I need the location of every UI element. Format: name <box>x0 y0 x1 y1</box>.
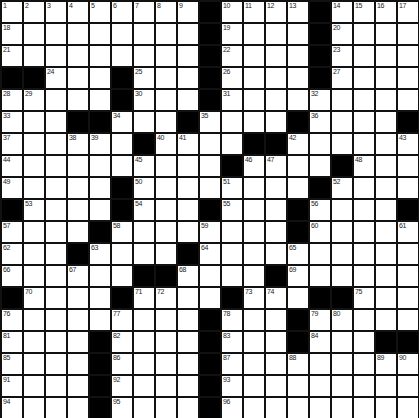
white-cell-r16c2[interactable] <box>24 332 44 352</box>
white-cell-r4c14[interactable] <box>288 68 308 88</box>
white-cell-r1c3[interactable]: 3 <box>46 2 66 22</box>
white-cell-r10c8[interactable] <box>156 200 176 220</box>
white-cell-r16c9[interactable] <box>178 332 198 352</box>
white-cell-r10c18[interactable] <box>376 200 396 220</box>
white-cell-r2c12[interactable] <box>244 24 264 44</box>
white-cell-r11c12[interactable] <box>244 222 264 242</box>
white-cell-r18c7[interactable] <box>134 376 154 396</box>
white-cell-r2c13[interactable] <box>266 24 286 44</box>
white-cell-r3c2[interactable] <box>24 46 44 66</box>
white-cell-r19c16[interactable] <box>332 398 352 418</box>
white-cell-r8c4[interactable] <box>68 156 88 176</box>
white-cell-r1c4[interactable]: 4 <box>68 2 88 22</box>
white-cell-r8c13[interactable]: 47 <box>266 156 286 176</box>
white-cell-r17c7[interactable] <box>134 354 154 374</box>
white-cell-r4c18[interactable] <box>376 68 396 88</box>
white-cell-r17c17[interactable] <box>354 354 374 374</box>
white-cell-r5c8[interactable] <box>156 90 176 110</box>
white-cell-r3c17[interactable] <box>354 46 374 66</box>
white-cell-r13c10[interactable] <box>200 266 220 286</box>
white-cell-r1c14[interactable]: 13 <box>288 2 308 22</box>
white-cell-r5c11[interactable]: 31 <box>222 90 242 110</box>
white-cell-r7c17[interactable] <box>354 134 374 154</box>
white-cell-r12c6[interactable] <box>112 244 132 264</box>
white-cell-r16c12[interactable] <box>244 332 264 352</box>
white-cell-r9c3[interactable] <box>46 178 66 198</box>
white-cell-r19c19[interactable] <box>398 398 418 418</box>
white-cell-r7c18[interactable] <box>376 134 396 154</box>
white-cell-r5c15[interactable]: 32 <box>310 90 330 110</box>
white-cell-r2c8[interactable] <box>156 24 176 44</box>
white-cell-r10c9[interactable] <box>178 200 198 220</box>
white-cell-r2c5[interactable] <box>90 24 110 44</box>
white-cell-r12c7[interactable] <box>134 244 154 264</box>
white-cell-r7c4[interactable]: 38 <box>68 134 88 154</box>
white-cell-r10c2[interactable]: 53 <box>24 200 44 220</box>
white-cell-r9c5[interactable] <box>90 178 110 198</box>
white-cell-r17c6[interactable]: 86 <box>112 354 132 374</box>
white-cell-r19c17[interactable] <box>354 398 374 418</box>
white-cell-r12c17[interactable] <box>354 244 374 264</box>
white-cell-r2c18[interactable] <box>376 24 396 44</box>
white-cell-r13c12[interactable] <box>244 266 264 286</box>
white-cell-r6c10[interactable]: 35 <box>200 112 220 132</box>
white-cell-r12c8[interactable] <box>156 244 176 264</box>
white-cell-r16c1[interactable]: 81 <box>2 332 22 352</box>
white-cell-r19c4[interactable] <box>68 398 88 418</box>
white-cell-r14c18[interactable] <box>376 288 396 308</box>
white-cell-r10c11[interactable]: 55 <box>222 200 242 220</box>
white-cell-r3c19[interactable] <box>398 46 418 66</box>
white-cell-r15c19[interactable] <box>398 310 418 330</box>
white-cell-r18c13[interactable] <box>266 376 286 396</box>
white-cell-r11c13[interactable] <box>266 222 286 242</box>
white-cell-r7c9[interactable]: 41 <box>178 134 198 154</box>
white-cell-r9c9[interactable] <box>178 178 198 198</box>
white-cell-r13c14[interactable]: 69 <box>288 266 308 286</box>
white-cell-r2c17[interactable] <box>354 24 374 44</box>
white-cell-r13c2[interactable] <box>24 266 44 286</box>
white-cell-r9c7[interactable]: 50 <box>134 178 154 198</box>
white-cell-r5c7[interactable]: 30 <box>134 90 154 110</box>
white-cell-r18c18[interactable] <box>376 376 396 396</box>
white-cell-r15c9[interactable] <box>178 310 198 330</box>
white-cell-r10c12[interactable] <box>244 200 264 220</box>
white-cell-r1c12[interactable]: 11 <box>244 2 264 22</box>
white-cell-r9c12[interactable] <box>244 178 264 198</box>
white-cell-r10c4[interactable] <box>68 200 88 220</box>
white-cell-r18c19[interactable] <box>398 376 418 396</box>
white-cell-r17c13[interactable] <box>266 354 286 374</box>
white-cell-r4c9[interactable] <box>178 68 198 88</box>
white-cell-r7c2[interactable] <box>24 134 44 154</box>
white-cell-r13c1[interactable]: 66 <box>2 266 22 286</box>
white-cell-r17c9[interactable] <box>178 354 198 374</box>
white-cell-r9c13[interactable] <box>266 178 286 198</box>
white-cell-r4c4[interactable] <box>68 68 88 88</box>
white-cell-r2c14[interactable] <box>288 24 308 44</box>
white-cell-r18c8[interactable] <box>156 376 176 396</box>
white-cell-r7c19[interactable]: 43 <box>398 134 418 154</box>
white-cell-r11c6[interactable]: 58 <box>112 222 132 242</box>
white-cell-r15c17[interactable] <box>354 310 374 330</box>
white-cell-r18c14[interactable] <box>288 376 308 396</box>
white-cell-r3c7[interactable] <box>134 46 154 66</box>
white-cell-r18c6[interactable]: 92 <box>112 376 132 396</box>
white-cell-r18c3[interactable] <box>46 376 66 396</box>
white-cell-r8c1[interactable]: 44 <box>2 156 22 176</box>
white-cell-r10c3[interactable] <box>46 200 66 220</box>
white-cell-r13c11[interactable] <box>222 266 242 286</box>
white-cell-r13c16[interactable] <box>332 266 352 286</box>
white-cell-r6c18[interactable] <box>376 112 396 132</box>
white-cell-r18c4[interactable] <box>68 376 88 396</box>
white-cell-r6c11[interactable] <box>222 112 242 132</box>
white-cell-r5c19[interactable] <box>398 90 418 110</box>
white-cell-r19c15[interactable] <box>310 398 330 418</box>
white-cell-r19c13[interactable] <box>266 398 286 418</box>
white-cell-r7c5[interactable]: 39 <box>90 134 110 154</box>
white-cell-r4c19[interactable] <box>398 68 418 88</box>
white-cell-r9c18[interactable] <box>376 178 396 198</box>
white-cell-r4c8[interactable] <box>156 68 176 88</box>
white-cell-r18c12[interactable] <box>244 376 264 396</box>
white-cell-r11c4[interactable] <box>68 222 88 242</box>
white-cell-r11c8[interactable] <box>156 222 176 242</box>
white-cell-r13c6[interactable] <box>112 266 132 286</box>
white-cell-r12c19[interactable] <box>398 244 418 264</box>
white-cell-r1c11[interactable]: 10 <box>222 2 242 22</box>
white-cell-r16c8[interactable] <box>156 332 176 352</box>
white-cell-r9c2[interactable] <box>24 178 44 198</box>
white-cell-r19c11[interactable]: 96 <box>222 398 242 418</box>
white-cell-r8c9[interactable] <box>178 156 198 176</box>
white-cell-r6c1[interactable]: 33 <box>2 112 22 132</box>
white-cell-r7c8[interactable]: 40 <box>156 134 176 154</box>
white-cell-r1c17[interactable]: 15 <box>354 2 374 22</box>
white-cell-r19c1[interactable]: 94 <box>2 398 22 418</box>
white-cell-r8c18[interactable] <box>376 156 396 176</box>
white-cell-r5c4[interactable] <box>68 90 88 110</box>
white-cell-r1c7[interactable]: 7 <box>134 2 154 22</box>
white-cell-r7c16[interactable] <box>332 134 352 154</box>
white-cell-r6c7[interactable] <box>134 112 154 132</box>
white-cell-r3c11[interactable]: 22 <box>222 46 242 66</box>
white-cell-r1c9[interactable]: 9 <box>178 2 198 22</box>
white-cell-r7c11[interactable] <box>222 134 242 154</box>
white-cell-r19c7[interactable] <box>134 398 154 418</box>
white-cell-r17c1[interactable]: 85 <box>2 354 22 374</box>
white-cell-r9c10[interactable] <box>200 178 220 198</box>
white-cell-r15c8[interactable] <box>156 310 176 330</box>
white-cell-r1c19[interactable]: 17 <box>398 2 418 22</box>
white-cell-r14c19[interactable] <box>398 288 418 308</box>
white-cell-r2c2[interactable] <box>24 24 44 44</box>
white-cell-r5c1[interactable]: 28 <box>2 90 22 110</box>
white-cell-r15c6[interactable]: 77 <box>112 310 132 330</box>
white-cell-r13c3[interactable] <box>46 266 66 286</box>
white-cell-r9c16[interactable]: 52 <box>332 178 352 198</box>
white-cell-r6c13[interactable] <box>266 112 286 132</box>
white-cell-r5c14[interactable] <box>288 90 308 110</box>
white-cell-r15c7[interactable] <box>134 310 154 330</box>
white-cell-r11c16[interactable] <box>332 222 352 242</box>
white-cell-r13c19[interactable] <box>398 266 418 286</box>
white-cell-r8c3[interactable] <box>46 156 66 176</box>
white-cell-r15c15[interactable]: 79 <box>310 310 330 330</box>
white-cell-r17c8[interactable] <box>156 354 176 374</box>
white-cell-r13c4[interactable]: 67 <box>68 266 88 286</box>
white-cell-r12c1[interactable]: 62 <box>2 244 22 264</box>
white-cell-r11c7[interactable] <box>134 222 154 242</box>
white-cell-r3c5[interactable] <box>90 46 110 66</box>
white-cell-r15c16[interactable]: 80 <box>332 310 352 330</box>
white-cell-r3c8[interactable] <box>156 46 176 66</box>
white-cell-r16c4[interactable] <box>68 332 88 352</box>
white-cell-r5c12[interactable] <box>244 90 264 110</box>
white-cell-r13c17[interactable] <box>354 266 374 286</box>
white-cell-r1c2[interactable]: 2 <box>24 2 44 22</box>
white-cell-r2c3[interactable] <box>46 24 66 44</box>
white-cell-r14c7[interactable]: 71 <box>134 288 154 308</box>
white-cell-r12c3[interactable] <box>46 244 66 264</box>
white-cell-r16c6[interactable]: 82 <box>112 332 132 352</box>
white-cell-r3c9[interactable] <box>178 46 198 66</box>
white-cell-r1c18[interactable]: 16 <box>376 2 396 22</box>
white-cell-r16c17[interactable] <box>354 332 374 352</box>
white-cell-r19c18[interactable] <box>376 398 396 418</box>
white-cell-r15c1[interactable]: 76 <box>2 310 22 330</box>
white-cell-r3c14[interactable] <box>288 46 308 66</box>
white-cell-r4c16[interactable]: 27 <box>332 68 352 88</box>
white-cell-r5c9[interactable] <box>178 90 198 110</box>
white-cell-r4c11[interactable]: 26 <box>222 68 242 88</box>
white-cell-r17c19[interactable]: 90 <box>398 354 418 374</box>
white-cell-r8c6[interactable] <box>112 156 132 176</box>
white-cell-r7c10[interactable] <box>200 134 220 154</box>
white-cell-r15c11[interactable]: 78 <box>222 310 242 330</box>
white-cell-r19c6[interactable]: 95 <box>112 398 132 418</box>
white-cell-r5c17[interactable] <box>354 90 374 110</box>
white-cell-r19c8[interactable] <box>156 398 176 418</box>
white-cell-r9c17[interactable] <box>354 178 374 198</box>
white-cell-r15c3[interactable] <box>46 310 66 330</box>
white-cell-r17c4[interactable] <box>68 354 88 374</box>
white-cell-r6c2[interactable] <box>24 112 44 132</box>
white-cell-r1c16[interactable]: 14 <box>332 2 352 22</box>
white-cell-r12c11[interactable] <box>222 244 242 264</box>
white-cell-r5c5[interactable] <box>90 90 110 110</box>
white-cell-r1c1[interactable]: 1 <box>2 2 22 22</box>
white-cell-r6c12[interactable] <box>244 112 264 132</box>
white-cell-r14c3[interactable] <box>46 288 66 308</box>
white-cell-r12c14[interactable]: 65 <box>288 244 308 264</box>
white-cell-r14c12[interactable]: 73 <box>244 288 264 308</box>
white-cell-r9c19[interactable] <box>398 178 418 198</box>
white-cell-r19c14[interactable] <box>288 398 308 418</box>
white-cell-r14c17[interactable]: 75 <box>354 288 374 308</box>
white-cell-r11c2[interactable] <box>24 222 44 242</box>
white-cell-r5c13[interactable] <box>266 90 286 110</box>
white-cell-r2c7[interactable] <box>134 24 154 44</box>
white-cell-r9c8[interactable] <box>156 178 176 198</box>
white-cell-r3c1[interactable]: 21 <box>2 46 22 66</box>
white-cell-r10c16[interactable] <box>332 200 352 220</box>
white-cell-r3c6[interactable] <box>112 46 132 66</box>
white-cell-r17c3[interactable] <box>46 354 66 374</box>
white-cell-r10c5[interactable] <box>90 200 110 220</box>
white-cell-r7c6[interactable] <box>112 134 132 154</box>
white-cell-r10c17[interactable] <box>354 200 374 220</box>
white-cell-r3c16[interactable]: 23 <box>332 46 352 66</box>
white-cell-r13c9[interactable]: 68 <box>178 266 198 286</box>
white-cell-r16c3[interactable] <box>46 332 66 352</box>
white-cell-r12c13[interactable] <box>266 244 286 264</box>
white-cell-r8c5[interactable] <box>90 156 110 176</box>
white-cell-r2c6[interactable] <box>112 24 132 44</box>
white-cell-r4c3[interactable]: 24 <box>46 68 66 88</box>
white-cell-r12c12[interactable] <box>244 244 264 264</box>
white-cell-r14c14[interactable] <box>288 288 308 308</box>
white-cell-r15c4[interactable] <box>68 310 88 330</box>
white-cell-r7c3[interactable] <box>46 134 66 154</box>
white-cell-r6c15[interactable]: 36 <box>310 112 330 132</box>
white-cell-r14c10[interactable] <box>200 288 220 308</box>
white-cell-r9c1[interactable]: 49 <box>2 178 22 198</box>
white-cell-r3c13[interactable] <box>266 46 286 66</box>
white-cell-r11c9[interactable] <box>178 222 198 242</box>
white-cell-r7c14[interactable]: 42 <box>288 134 308 154</box>
white-cell-r17c11[interactable]: 87 <box>222 354 242 374</box>
white-cell-r3c18[interactable] <box>376 46 396 66</box>
white-cell-r10c7[interactable]: 54 <box>134 200 154 220</box>
white-cell-r17c2[interactable] <box>24 354 44 374</box>
white-cell-r8c19[interactable] <box>398 156 418 176</box>
white-cell-r19c9[interactable] <box>178 398 198 418</box>
white-cell-r15c13[interactable] <box>266 310 286 330</box>
white-cell-r6c6[interactable]: 34 <box>112 112 132 132</box>
white-cell-r4c13[interactable] <box>266 68 286 88</box>
white-cell-r11c18[interactable] <box>376 222 396 242</box>
white-cell-r8c8[interactable] <box>156 156 176 176</box>
white-cell-r2c9[interactable] <box>178 24 198 44</box>
white-cell-r1c8[interactable]: 8 <box>156 2 176 22</box>
white-cell-r8c7[interactable]: 45 <box>134 156 154 176</box>
white-cell-r12c16[interactable] <box>332 244 352 264</box>
white-cell-r8c12[interactable]: 46 <box>244 156 264 176</box>
white-cell-r19c3[interactable] <box>46 398 66 418</box>
white-cell-r4c17[interactable] <box>354 68 374 88</box>
white-cell-r17c16[interactable] <box>332 354 352 374</box>
white-cell-r5c18[interactable] <box>376 90 396 110</box>
white-cell-r16c16[interactable] <box>332 332 352 352</box>
white-cell-r2c11[interactable]: 19 <box>222 24 242 44</box>
white-cell-r6c8[interactable] <box>156 112 176 132</box>
white-cell-r11c3[interactable] <box>46 222 66 242</box>
white-cell-r16c11[interactable]: 83 <box>222 332 242 352</box>
white-cell-r11c17[interactable] <box>354 222 374 242</box>
white-cell-r2c4[interactable] <box>68 24 88 44</box>
white-cell-r6c16[interactable] <box>332 112 352 132</box>
white-cell-r18c2[interactable] <box>24 376 44 396</box>
white-cell-r8c15[interactable] <box>310 156 330 176</box>
white-cell-r11c11[interactable] <box>222 222 242 242</box>
white-cell-r15c2[interactable] <box>24 310 44 330</box>
white-cell-r14c4[interactable] <box>68 288 88 308</box>
white-cell-r7c15[interactable] <box>310 134 330 154</box>
white-cell-r1c6[interactable]: 6 <box>112 2 132 22</box>
white-cell-r5c3[interactable] <box>46 90 66 110</box>
white-cell-r14c2[interactable]: 70 <box>24 288 44 308</box>
white-cell-r15c12[interactable] <box>244 310 264 330</box>
white-cell-r9c11[interactable]: 51 <box>222 178 242 198</box>
white-cell-r17c14[interactable]: 88 <box>288 354 308 374</box>
white-cell-r9c4[interactable] <box>68 178 88 198</box>
white-cell-r18c15[interactable] <box>310 376 330 396</box>
white-cell-r10c15[interactable]: 56 <box>310 200 330 220</box>
white-cell-r17c18[interactable]: 89 <box>376 354 396 374</box>
white-cell-r5c2[interactable]: 29 <box>24 90 44 110</box>
white-cell-r3c3[interactable] <box>46 46 66 66</box>
white-cell-r14c5[interactable] <box>90 288 110 308</box>
white-cell-r13c18[interactable] <box>376 266 396 286</box>
white-cell-r11c15[interactable]: 60 <box>310 222 330 242</box>
white-cell-r2c19[interactable] <box>398 24 418 44</box>
white-cell-r19c12[interactable] <box>244 398 264 418</box>
white-cell-r4c12[interactable] <box>244 68 264 88</box>
white-cell-r10c13[interactable] <box>266 200 286 220</box>
white-cell-r8c14[interactable] <box>288 156 308 176</box>
white-cell-r2c16[interactable]: 20 <box>332 24 352 44</box>
white-cell-r8c2[interactable] <box>24 156 44 176</box>
white-cell-r12c5[interactable]: 63 <box>90 244 110 264</box>
white-cell-r11c1[interactable]: 57 <box>2 222 22 242</box>
white-cell-r8c10[interactable] <box>200 156 220 176</box>
white-cell-r14c9[interactable] <box>178 288 198 308</box>
white-cell-r3c12[interactable] <box>244 46 264 66</box>
white-cell-r4c5[interactable] <box>90 68 110 88</box>
white-cell-r12c18[interactable] <box>376 244 396 264</box>
white-cell-r13c5[interactable] <box>90 266 110 286</box>
white-cell-r12c15[interactable] <box>310 244 330 264</box>
white-cell-r4c7[interactable]: 25 <box>134 68 154 88</box>
white-cell-r11c19[interactable]: 61 <box>398 222 418 242</box>
white-cell-r12c2[interactable] <box>24 244 44 264</box>
white-cell-r6c17[interactable] <box>354 112 374 132</box>
white-cell-r2c1[interactable]: 18 <box>2 24 22 44</box>
white-cell-r9c14[interactable] <box>288 178 308 198</box>
white-cell-r19c2[interactable] <box>24 398 44 418</box>
white-cell-r17c12[interactable] <box>244 354 264 374</box>
white-cell-r15c18[interactable] <box>376 310 396 330</box>
white-cell-r14c8[interactable]: 72 <box>156 288 176 308</box>
white-cell-r5c16[interactable] <box>332 90 352 110</box>
white-cell-r1c5[interactable]: 5 <box>90 2 110 22</box>
white-cell-r17c15[interactable] <box>310 354 330 374</box>
white-cell-r3c4[interactable] <box>68 46 88 66</box>
white-cell-r18c11[interactable]: 93 <box>222 376 242 396</box>
white-cell-r16c13[interactable] <box>266 332 286 352</box>
white-cell-r7c1[interactable]: 37 <box>2 134 22 154</box>
white-cell-r18c16[interactable] <box>332 376 352 396</box>
white-cell-r16c7[interactable] <box>134 332 154 352</box>
white-cell-r15c5[interactable] <box>90 310 110 330</box>
white-cell-r16c15[interactable]: 84 <box>310 332 330 352</box>
white-cell-r8c17[interactable]: 48 <box>354 156 374 176</box>
white-cell-r1c13[interactable]: 12 <box>266 2 286 22</box>
white-cell-r6c3[interactable] <box>46 112 66 132</box>
white-cell-r11c10[interactable]: 59 <box>200 222 220 242</box>
